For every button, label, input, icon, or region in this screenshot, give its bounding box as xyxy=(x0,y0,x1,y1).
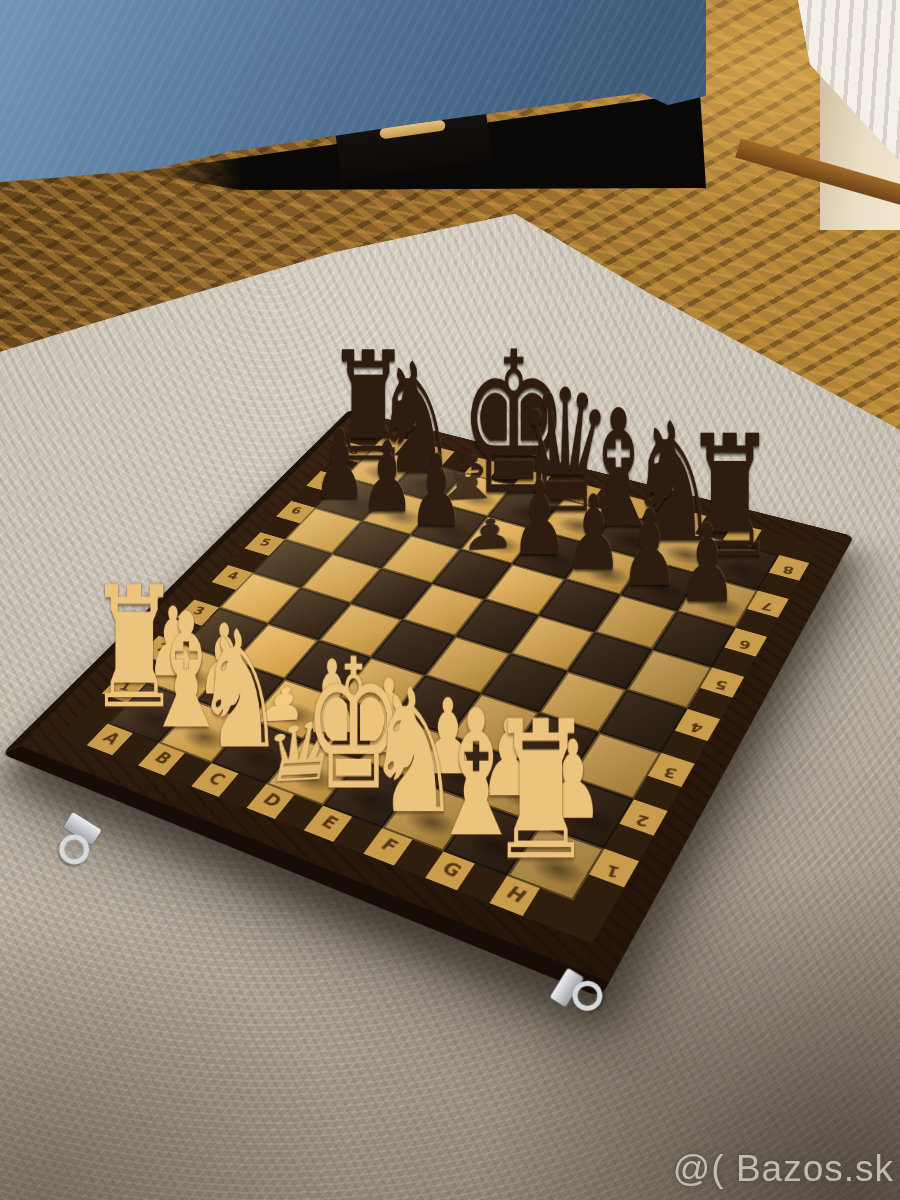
black-pawn: ♟ xyxy=(677,511,737,618)
black-pawn: ♟ xyxy=(620,496,679,602)
rank-label-right-3: 3 xyxy=(650,756,692,784)
black-pawn: ♟ xyxy=(511,468,568,570)
black-pawn: ♟ xyxy=(409,442,464,541)
rank-label-right-7: 7 xyxy=(749,593,786,615)
photo-scene: 87654321 ♜♞♝♚♛♝♞♜♟♟♟♟♟♟♟♟♟♟♟♟♟♟♟♟♜♝♞♛♚♞♝… xyxy=(0,0,900,1200)
white-knight: ♞ xyxy=(195,610,285,772)
watermark: @( Bazos.sk xyxy=(673,1148,894,1190)
rank-label-right-2: 2 xyxy=(621,803,665,833)
white-rook: ♜ xyxy=(488,696,594,887)
rank-label-right-5: 5 xyxy=(702,671,742,696)
black-pawn: ♟ xyxy=(313,417,366,513)
rank-label-right-6: 6 xyxy=(726,631,765,654)
black-pawn: ♟ xyxy=(565,482,623,586)
rank-label-right-1: 1 xyxy=(591,853,636,885)
black-pawn: ♟ xyxy=(360,429,414,527)
